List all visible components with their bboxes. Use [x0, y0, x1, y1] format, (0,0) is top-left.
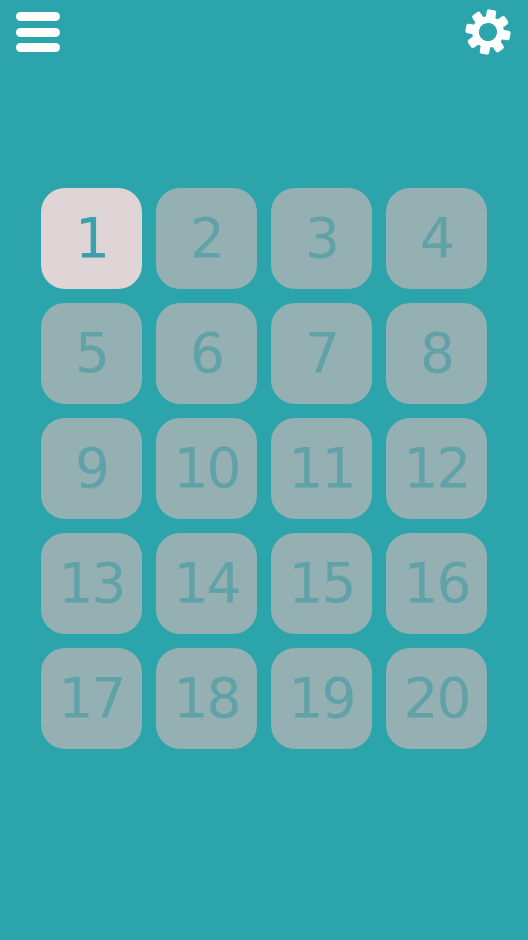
tile-number: 10 [174, 436, 240, 500]
tile-number: 12 [404, 436, 470, 500]
tile-number: 5 [75, 321, 108, 385]
tile-14[interactable]: 14 [156, 533, 257, 634]
tile-9[interactable]: 9 [41, 418, 142, 519]
tile-6[interactable]: 6 [156, 303, 257, 404]
tile-10[interactable]: 10 [156, 418, 257, 519]
tile-4[interactable]: 4 [386, 188, 487, 289]
hamburger-bar [16, 43, 60, 52]
tile-number: 6 [190, 321, 223, 385]
tile-18[interactable]: 18 [156, 648, 257, 749]
tile-number: 18 [174, 666, 240, 730]
tile-20[interactable]: 20 [386, 648, 487, 749]
tile-3[interactable]: 3 [271, 188, 372, 289]
tile-number: 20 [404, 666, 470, 730]
tile-8[interactable]: 8 [386, 303, 487, 404]
tile-12[interactable]: 12 [386, 418, 487, 519]
settings-gear-icon[interactable] [465, 9, 511, 55]
tile-2[interactable]: 2 [156, 188, 257, 289]
tile-17[interactable]: 17 [41, 648, 142, 749]
top-bar [0, 0, 528, 64]
tile-number: 19 [289, 666, 355, 730]
tile-7[interactable]: 7 [271, 303, 372, 404]
tile-number: 7 [305, 321, 338, 385]
tile-number: 3 [305, 206, 338, 270]
tile-number: 8 [420, 321, 453, 385]
tile-19[interactable]: 19 [271, 648, 372, 749]
tile-1[interactable]: 1 [41, 188, 142, 289]
tile-number: 15 [289, 551, 355, 615]
tile-number: 1 [75, 206, 108, 270]
tile-number: 2 [190, 206, 223, 270]
hamburger-menu-icon[interactable] [16, 12, 60, 52]
hamburger-bar [16, 28, 60, 37]
tile-number: 16 [404, 551, 470, 615]
tile-number: 4 [420, 206, 453, 270]
tile-number: 11 [289, 436, 355, 500]
tile-11[interactable]: 11 [271, 418, 372, 519]
tile-16[interactable]: 16 [386, 533, 487, 634]
hamburger-bar [16, 12, 60, 21]
tile-13[interactable]: 13 [41, 533, 142, 634]
tile-number: 13 [59, 551, 125, 615]
tile-number: 17 [59, 666, 125, 730]
tile-5[interactable]: 5 [41, 303, 142, 404]
tile-15[interactable]: 15 [271, 533, 372, 634]
tile-number: 9 [75, 436, 108, 500]
number-grid: 1234567891011121314151617181920 [41, 188, 487, 749]
tile-number: 14 [174, 551, 240, 615]
